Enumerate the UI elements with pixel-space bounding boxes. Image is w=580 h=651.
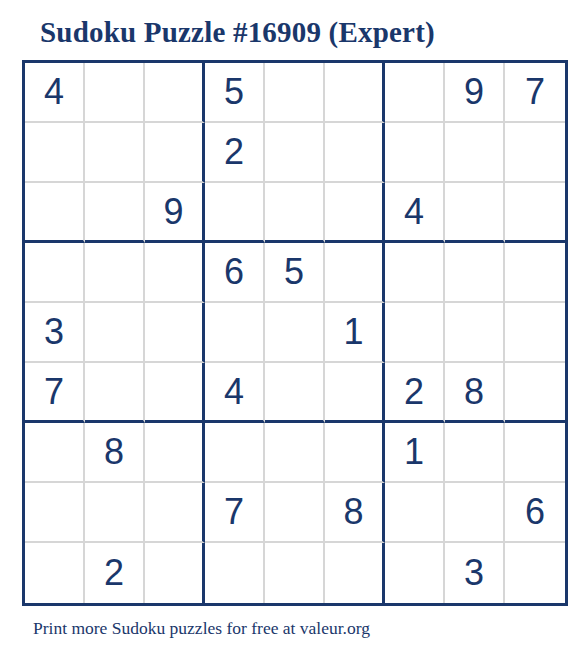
cell-r7c4 — [205, 423, 265, 483]
cell-r8c3 — [145, 483, 205, 543]
cell-r4c8 — [445, 243, 505, 303]
cell-r3c7: 4 — [385, 183, 445, 243]
cell-r3c8 — [445, 183, 505, 243]
cell-r3c4 — [205, 183, 265, 243]
cell-r4c4: 6 — [205, 243, 265, 303]
cell-r6c5 — [265, 363, 325, 423]
cell-r8c1 — [25, 483, 85, 543]
cell-r9c2: 2 — [85, 543, 145, 603]
cell-r2c2 — [85, 123, 145, 183]
cell-r4c3 — [145, 243, 205, 303]
sudoku-board: 4597294653174288178623 — [22, 60, 568, 606]
cell-r5c3 — [145, 303, 205, 363]
cell-r3c2 — [85, 183, 145, 243]
cell-r4c7 — [385, 243, 445, 303]
cell-r9c9 — [505, 543, 565, 603]
cell-r9c3 — [145, 543, 205, 603]
cell-r6c9 — [505, 363, 565, 423]
cell-r8c2 — [85, 483, 145, 543]
cell-r2c7 — [385, 123, 445, 183]
cell-r5c2 — [85, 303, 145, 363]
cell-r2c1 — [25, 123, 85, 183]
cell-r6c6 — [325, 363, 385, 423]
cell-r7c1 — [25, 423, 85, 483]
cell-r7c6 — [325, 423, 385, 483]
cell-r5c9 — [505, 303, 565, 363]
page-title: Sudoku Puzzle #16909 (Expert) — [0, 0, 580, 49]
cell-r7c5 — [265, 423, 325, 483]
cell-r6c1: 7 — [25, 363, 85, 423]
cell-r1c8: 9 — [445, 63, 505, 123]
cell-r8c9: 6 — [505, 483, 565, 543]
cell-r8c5 — [265, 483, 325, 543]
cell-r3c1 — [25, 183, 85, 243]
cell-r9c4 — [205, 543, 265, 603]
cell-r7c2: 8 — [85, 423, 145, 483]
cell-r9c8: 3 — [445, 543, 505, 603]
cell-r5c6: 1 — [325, 303, 385, 363]
cell-r1c2 — [85, 63, 145, 123]
cell-r5c4 — [205, 303, 265, 363]
cell-r2c3 — [145, 123, 205, 183]
cell-r1c4: 5 — [205, 63, 265, 123]
cell-r9c1 — [25, 543, 85, 603]
cell-r4c6 — [325, 243, 385, 303]
cell-r6c7: 2 — [385, 363, 445, 423]
cell-r5c8 — [445, 303, 505, 363]
cell-r1c9: 7 — [505, 63, 565, 123]
cell-r2c6 — [325, 123, 385, 183]
cell-r6c8: 8 — [445, 363, 505, 423]
cell-r7c3 — [145, 423, 205, 483]
cell-r9c5 — [265, 543, 325, 603]
cell-r4c1 — [25, 243, 85, 303]
sudoku-page: Sudoku Puzzle #16909 (Expert) 4597294653… — [0, 0, 580, 651]
cell-r7c8 — [445, 423, 505, 483]
cell-r5c1: 3 — [25, 303, 85, 363]
cell-r2c5 — [265, 123, 325, 183]
cell-r8c6: 8 — [325, 483, 385, 543]
cell-r6c4: 4 — [205, 363, 265, 423]
cell-r1c1: 4 — [25, 63, 85, 123]
cell-r8c4: 7 — [205, 483, 265, 543]
cell-r3c5 — [265, 183, 325, 243]
cell-r6c2 — [85, 363, 145, 423]
cell-r3c9 — [505, 183, 565, 243]
cell-r1c6 — [325, 63, 385, 123]
cell-r6c3 — [145, 363, 205, 423]
cell-r9c6 — [325, 543, 385, 603]
cell-r3c3: 9 — [145, 183, 205, 243]
cell-r4c2 — [85, 243, 145, 303]
cell-r2c8 — [445, 123, 505, 183]
cell-r9c7 — [385, 543, 445, 603]
cell-r7c9 — [505, 423, 565, 483]
cell-r5c5 — [265, 303, 325, 363]
cell-r4c5: 5 — [265, 243, 325, 303]
cell-r5c7 — [385, 303, 445, 363]
cell-r1c5 — [265, 63, 325, 123]
cell-r1c7 — [385, 63, 445, 123]
cell-r8c8 — [445, 483, 505, 543]
cell-r3c6 — [325, 183, 385, 243]
cell-r2c4: 2 — [205, 123, 265, 183]
footer-credit-text: Print more Sudoku puzzles for free at va… — [33, 618, 580, 639]
cell-r7c7: 1 — [385, 423, 445, 483]
cell-r1c3 — [145, 63, 205, 123]
cell-r4c9 — [505, 243, 565, 303]
cell-r8c7 — [385, 483, 445, 543]
cell-r2c9 — [505, 123, 565, 183]
